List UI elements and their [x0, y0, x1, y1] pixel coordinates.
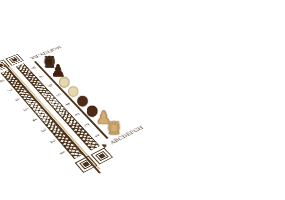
rank-label-7: 7: [31, 71, 51, 82]
rank-label-6: 6: [39, 80, 59, 92]
braid-border-top: [22, 54, 26, 59]
product-photo: ABCDEFGH ABCDEFGH 87654321 87654321 ♜♞♝♛…: [0, 0, 285, 200]
file-labels-far: ABCDEFGH: [29, 57, 33, 62]
rank-label-8: 8: [23, 63, 42, 74]
board-3d-wrap: ABCDEFGH ABCDEFGH 87654321 87654321 ♜♞♝♛…: [4, 59, 99, 166]
rank-label-6: 6: [8, 93, 29, 105]
rank-label-8: 8: [0, 75, 12, 87]
rank-label-5: 5: [48, 89, 68, 101]
rank-label-7: 7: [0, 84, 20, 96]
